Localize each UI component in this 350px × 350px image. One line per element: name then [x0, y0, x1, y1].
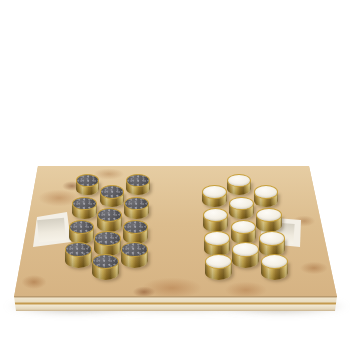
- piece-dark-r2c2: [100, 185, 124, 207]
- white-piece-top: [259, 231, 285, 246]
- piece-tray-left-well: [37, 218, 66, 242]
- piece-dark-r7c3: [121, 242, 148, 268]
- piece-dark-r1c3: [126, 174, 150, 195]
- board-front-edge: [14, 296, 337, 311]
- piece-white-r2c8: [254, 185, 278, 207]
- piece-white-r3c7: [229, 197, 254, 220]
- piece-dark-r6c2: [94, 231, 120, 256]
- piece-dark-r8c2: [92, 254, 119, 281]
- white-piece-top: [256, 208, 281, 222]
- dark-piece-top: [100, 185, 124, 198]
- white-piece-top: [254, 185, 278, 198]
- white-piece-top: [232, 242, 259, 257]
- dark-piece-top: [69, 220, 95, 234]
- white-piece-top: [202, 185, 226, 198]
- dark-piece-top: [92, 254, 119, 269]
- piece-dark-r5c3: [123, 220, 149, 244]
- piece-white-r6c6: [204, 231, 230, 256]
- dark-piece-top: [94, 231, 120, 246]
- piece-white-r8c6: [205, 254, 232, 281]
- piece-white-r7c7: [232, 242, 259, 268]
- dark-piece-top: [123, 220, 149, 234]
- white-piece-top: [204, 231, 230, 246]
- piece-white-r4c8: [256, 208, 281, 231]
- piece-dark-r4c2: [97, 208, 122, 231]
- piece-dark-r3c3: [124, 197, 149, 220]
- front-row-square-faces: [64, 288, 288, 294]
- white-piece-top: [261, 254, 288, 269]
- piece-dark-r5c1: [69, 220, 95, 244]
- piece-dark-r7c1: [65, 242, 92, 268]
- piece-white-r6c8: [259, 231, 285, 256]
- dark-piece-top: [65, 242, 92, 257]
- piece-white-r5c7: [231, 220, 257, 244]
- piece-white-r1c7: [227, 174, 251, 195]
- white-piece-top: [205, 254, 232, 269]
- piece-white-r4c6: [203, 208, 228, 231]
- white-piece-top: [231, 220, 257, 234]
- dark-piece-top: [121, 242, 148, 257]
- piece-dark-r1c1: [76, 174, 100, 195]
- product-photo: [0, 0, 350, 350]
- piece-dark-r3c1: [72, 197, 97, 220]
- piece-white-r2c6: [202, 185, 226, 207]
- dark-piece-top: [126, 174, 150, 187]
- piece-white-r8c8: [261, 254, 288, 281]
- white-piece-top: [229, 197, 254, 211]
